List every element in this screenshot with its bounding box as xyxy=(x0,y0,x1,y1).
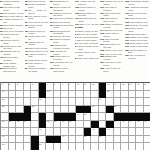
grid-cell[interactable] xyxy=(91,91,99,99)
clue-item: 53 Soft drink choice xyxy=(25,0,49,3)
grid-cell[interactable]: 36 xyxy=(54,121,62,129)
grid-cell[interactable] xyxy=(99,113,107,121)
cell-number: 6 xyxy=(47,83,48,85)
grid-cell[interactable] xyxy=(76,128,84,136)
grid-cell[interactable] xyxy=(136,91,144,99)
grid-cell[interactable] xyxy=(129,106,137,114)
cell-number: 2 xyxy=(9,83,10,85)
grid-cell[interactable] xyxy=(114,91,122,99)
clue-number: 122 xyxy=(100,67,104,70)
grid-cell[interactable] xyxy=(76,91,84,99)
grid-cell[interactable] xyxy=(24,128,32,136)
clue-number: 109 xyxy=(125,6,129,9)
clue-item: 85 Ocean motion at the shore xyxy=(50,6,74,11)
grid-cell[interactable]: 49 xyxy=(61,136,69,144)
cell-number: 23 xyxy=(39,98,41,100)
clue-item: 117 Roof edge over the wall xyxy=(100,43,124,48)
grid-cell[interactable]: 53 xyxy=(39,143,47,150)
grid-cell[interactable] xyxy=(76,136,84,144)
cell-number: 10 xyxy=(77,83,79,85)
clue-number: 112 xyxy=(100,17,104,20)
grid-cell[interactable]: 15 xyxy=(121,83,129,91)
grid-cell[interactable]: 45 xyxy=(39,128,47,136)
grid-cell[interactable] xyxy=(16,98,24,106)
clue-item: 95 Bread spread at breakfast xyxy=(50,29,74,34)
clue-item: 75 Historic period of time xyxy=(25,53,49,58)
grid-cell[interactable] xyxy=(136,98,144,106)
clue-number: 28 xyxy=(0,6,3,9)
grid-cell[interactable] xyxy=(54,106,62,114)
grid-cell[interactable] xyxy=(54,143,62,150)
clue-number: 108 xyxy=(125,0,129,3)
grid-cell[interactable]: 23 xyxy=(39,98,47,106)
clue-number: 48 xyxy=(0,56,3,59)
clue-number: 75 xyxy=(25,53,28,56)
clue-number: 65 xyxy=(25,29,28,32)
cell-number: 4 xyxy=(24,83,25,85)
clue-item: 103 Hold title to, legally xyxy=(50,50,74,55)
grid-cell[interactable] xyxy=(9,106,17,114)
grid-cell[interactable]: 20 xyxy=(46,91,54,99)
grid-cell[interactable] xyxy=(84,91,92,99)
clue-number: 93 xyxy=(50,24,53,27)
grid-cell[interactable] xyxy=(46,106,54,114)
grid-cell[interactable] xyxy=(121,98,129,106)
grid-cell[interactable] xyxy=(114,136,122,144)
grid-cell[interactable] xyxy=(106,143,114,150)
grid-cell[interactable]: 40 xyxy=(121,121,129,129)
grid-cell[interactable] xyxy=(54,91,62,99)
clue-item: 45 Chess piece near the rook xyxy=(0,44,24,49)
clue-column-5: 109 Clumsy one, so to speak110 Mild oath… xyxy=(100,0,125,82)
grid-cell[interactable] xyxy=(24,91,32,99)
cell-number: 27 xyxy=(92,105,94,107)
clue-number: 117 xyxy=(100,43,104,46)
grid-cell[interactable] xyxy=(39,136,47,144)
clue-item: 27 Pueblo building material xyxy=(0,0,24,5)
clue-number: 118 xyxy=(125,42,129,45)
grid-cell[interactable]: 3 xyxy=(16,83,24,91)
clue-item: 112 Map within a larger map xyxy=(100,17,124,22)
clue-number: 4 xyxy=(75,39,76,42)
grid-cell[interactable] xyxy=(106,113,114,121)
clue-item: 108 Volkswagen model of old xyxy=(125,0,149,5)
grid-cell[interactable] xyxy=(129,91,137,99)
clue-item: 39 Mine yield, perhaps xyxy=(0,30,24,33)
clue-item: 109 Clumsy one, so to speak xyxy=(100,0,124,5)
cell-number: 28 xyxy=(114,105,116,107)
grid-cell[interactable] xyxy=(69,91,77,99)
grid-cell[interactable]: 31 xyxy=(1,121,9,129)
clue-list: 111 Auction unit, as offered113 Frozen w… xyxy=(75,0,99,59)
grid-cell[interactable]: 42 xyxy=(136,121,144,129)
clue-number: 120 xyxy=(125,48,129,51)
clue-number: 113 xyxy=(125,24,129,27)
black-cell xyxy=(39,83,47,91)
clue-number: 118 xyxy=(100,49,104,52)
grid-cell[interactable] xyxy=(16,128,24,136)
grid-cell[interactable] xyxy=(24,143,32,150)
cell-number: 47 xyxy=(107,128,109,130)
grid-cell[interactable] xyxy=(121,106,129,114)
grid-cell[interactable] xyxy=(61,98,69,106)
clue-item: 61 Corn unit at a picnic xyxy=(25,20,49,23)
cell-number: 12 xyxy=(92,83,94,85)
grid-cell[interactable] xyxy=(91,113,99,121)
cell-number: 33 xyxy=(17,120,19,122)
clue-number: 1 xyxy=(75,29,76,32)
cell-number: 50 xyxy=(84,135,86,137)
clue-number: 87 xyxy=(50,11,53,14)
clue-number: 111 xyxy=(100,11,104,14)
grid-cell[interactable]: 9 xyxy=(69,83,77,91)
clue-number: 7 xyxy=(75,51,76,54)
grid-cell[interactable] xyxy=(121,136,129,144)
grid-cell[interactable]: 5 xyxy=(31,83,39,91)
grid-cell[interactable]: 32 xyxy=(9,121,17,129)
clue-item: 121 Male deer in the wood xyxy=(100,61,124,66)
grid-cell[interactable]: 12 xyxy=(91,83,99,91)
cell-number: 19 xyxy=(2,90,4,92)
grid-cell[interactable] xyxy=(144,128,151,136)
cell-number: 36 xyxy=(54,120,56,122)
clue-number: 39 xyxy=(0,30,3,33)
grid-cell[interactable]: 25 xyxy=(1,106,9,114)
clue-item: 3 River mouth deposit xyxy=(75,36,99,39)
grid-cell[interactable] xyxy=(99,106,107,114)
cell-number: 43 xyxy=(144,120,146,122)
grid-cell[interactable]: 27 xyxy=(91,106,99,114)
grid-cell[interactable] xyxy=(31,113,39,121)
clue-item: 99 Neither's partner word xyxy=(50,38,74,43)
grid-cell[interactable] xyxy=(121,91,129,99)
grid-cell[interactable]: 14 xyxy=(114,83,122,91)
grid-cell[interactable] xyxy=(76,121,84,129)
clue-item: 63 Hockey great Bobby xyxy=(25,24,49,29)
grid-cell[interactable]: 41 xyxy=(129,121,137,129)
clue-number: 73 xyxy=(25,50,28,53)
grid-cell[interactable] xyxy=(144,91,151,99)
grid-cell[interactable] xyxy=(9,98,17,106)
clue-number: 112 xyxy=(125,20,129,23)
grid-cell[interactable] xyxy=(136,106,144,114)
grid-cell[interactable] xyxy=(76,143,84,150)
grid-cell[interactable]: 48 xyxy=(1,136,9,144)
clue-item: 120 Gaelic tongue of Eire xyxy=(125,48,149,53)
cell-number: 16 xyxy=(129,83,131,85)
grid-cell[interactable] xyxy=(144,98,151,106)
grid-cell[interactable] xyxy=(136,136,144,144)
grid-cell[interactable] xyxy=(76,98,84,106)
grid-cell[interactable] xyxy=(61,143,69,150)
grid-cell[interactable] xyxy=(91,136,99,144)
cell-number: 13 xyxy=(107,83,109,85)
grid-cell[interactable] xyxy=(61,106,69,114)
clue-number: 67 xyxy=(25,35,28,38)
grid-cell[interactable]: 29 xyxy=(76,113,84,121)
clue-number: 50 xyxy=(0,62,3,65)
clue-item: 43 Summer cooler drink xyxy=(0,39,24,44)
clue-number: 46 xyxy=(0,50,3,53)
grid-cell[interactable]: 18 xyxy=(144,83,151,91)
grid-cell[interactable] xyxy=(16,136,24,144)
clue-number: 41 xyxy=(0,33,3,36)
grid-cell[interactable] xyxy=(69,143,77,150)
cell-number: 52 xyxy=(2,143,4,145)
black-cell xyxy=(46,136,54,144)
clue-item: 115 Tennis stroke to the side xyxy=(75,11,99,16)
grid-cell[interactable]: 33 xyxy=(16,121,24,129)
clue-item: 46 Spanish gold, to Pizarro xyxy=(0,50,24,55)
grid-cell[interactable] xyxy=(9,128,17,136)
clue-number: 101 xyxy=(50,44,54,47)
grid-cell[interactable] xyxy=(31,128,39,136)
clue-item: 7 Wheel track in the mud xyxy=(75,51,99,56)
cell-number: 53 xyxy=(39,143,41,145)
clue-list: 108 Volkswagen model of old109 Additiona… xyxy=(125,0,149,59)
clue-item: 79 Lofty poem of praise xyxy=(25,62,49,67)
clue-number: 53 xyxy=(25,0,28,3)
cell-number: 39 xyxy=(114,120,116,122)
clue-list: 53 Soft drink choice55 Corner sandwich s… xyxy=(25,0,49,73)
clue-number: 115 xyxy=(75,11,79,14)
grid-cell[interactable] xyxy=(144,143,151,150)
clue-column-3: 83 Knight's title of honor85 Ocean motio… xyxy=(50,0,75,82)
clue-number: 109 xyxy=(50,67,54,70)
black-cell xyxy=(54,136,62,144)
cell-number: 25 xyxy=(2,105,4,107)
grid-cell[interactable] xyxy=(54,128,62,136)
grid-cell[interactable] xyxy=(84,143,92,150)
grid-cell[interactable] xyxy=(54,98,62,106)
grid-cell[interactable] xyxy=(69,136,77,144)
cell-number: 15 xyxy=(122,83,124,85)
grid-cell[interactable] xyxy=(69,106,77,114)
clue-number: 71 xyxy=(25,46,28,49)
clue-item: 117 Evening meal at home xyxy=(75,17,99,22)
clue-number: 61 xyxy=(25,20,28,23)
grid-cell[interactable] xyxy=(61,91,69,99)
clue-item: 109 Additional amount, more xyxy=(125,6,149,11)
clue-number: 116 xyxy=(100,38,104,41)
black-cell xyxy=(31,136,39,144)
grid-cell[interactable]: 43 xyxy=(144,121,151,129)
clue-number: 111 xyxy=(75,0,79,3)
crossword-grid: 1234567891011121314151617181920212223242… xyxy=(0,82,150,150)
grid-cell[interactable] xyxy=(129,128,137,136)
grid-cell[interactable] xyxy=(24,98,32,106)
cell-number: 21 xyxy=(107,90,109,92)
grid-cell[interactable]: 24 xyxy=(99,98,107,106)
clue-number: 117 xyxy=(75,17,79,20)
clue-number: 55 xyxy=(25,3,28,6)
grid-cell[interactable]: 8 xyxy=(61,83,69,91)
clue-item: 59 Fire residue in the grate xyxy=(25,15,49,20)
grid-cell[interactable]: 10 xyxy=(76,83,84,91)
grid-cell[interactable]: 35 xyxy=(46,121,54,129)
clue-number: 57 xyxy=(25,9,28,12)
clue-item: 111 Wise bird of the night xyxy=(100,11,124,16)
clue-item: 109 Prayer ender, often sung xyxy=(50,67,74,72)
grid-cell[interactable]: 17 xyxy=(136,83,144,91)
grid-cell[interactable] xyxy=(16,91,24,99)
grid-cell[interactable] xyxy=(9,136,17,144)
grid-cell[interactable] xyxy=(129,136,137,144)
clue-number: 109 xyxy=(100,0,104,3)
clue-item: 121 Tiny colonist at picnics xyxy=(125,54,149,59)
clue-number: 38 xyxy=(0,27,3,30)
cell-number: 22 xyxy=(2,98,4,100)
grid-cell[interactable] xyxy=(121,143,129,150)
grid-cell[interactable]: 34 xyxy=(24,121,32,129)
clue-item: 101 Swiss peak climbed in song xyxy=(50,44,74,49)
clue-item: 8 Grow older gracefully xyxy=(75,57,99,60)
grid-cell[interactable] xyxy=(136,128,144,136)
grid-cell[interactable]: 46 xyxy=(91,128,99,136)
cell-number: 49 xyxy=(62,135,64,137)
clue-item: 115 Flower part in spring xyxy=(100,32,124,37)
cell-number: 17 xyxy=(137,83,139,85)
grid-cell[interactable]: 16 xyxy=(129,83,137,91)
grid-cell[interactable] xyxy=(16,143,24,150)
clue-item: 67 Winter flake on a sill xyxy=(25,35,49,40)
clue-column-6: 108 Volkswagen model of old109 Additiona… xyxy=(125,0,150,82)
cell-number: 26 xyxy=(32,105,34,107)
clue-item: 87 Stadium cheer for the team xyxy=(50,11,74,16)
grid-cell[interactable]: 50 xyxy=(84,136,92,144)
grid-cell[interactable] xyxy=(46,98,54,106)
cell-number: 3 xyxy=(17,83,18,85)
clue-item: 113 Singer Fitzgerald of scat xyxy=(100,23,124,28)
grid-cell[interactable]: 4 xyxy=(24,83,32,91)
grid-cell[interactable] xyxy=(114,143,122,150)
cell-number: 32 xyxy=(9,120,11,122)
grid-cell[interactable] xyxy=(31,91,39,99)
grid-cell[interactable] xyxy=(121,128,129,136)
cell-number: 38 xyxy=(69,120,71,122)
grid-cell[interactable] xyxy=(99,121,107,129)
grid-cell[interactable] xyxy=(106,98,114,106)
grid-cell[interactable]: 30 xyxy=(84,113,92,121)
grid-cell[interactable] xyxy=(114,128,122,136)
grid-cell[interactable] xyxy=(16,106,24,114)
grid-cell[interactable] xyxy=(9,91,17,99)
clue-number: 113 xyxy=(75,6,79,9)
grid-cell[interactable] xyxy=(144,136,151,144)
grid-cell[interactable]: 2 xyxy=(9,83,17,91)
cell-number: 41 xyxy=(129,120,131,122)
clue-number: 52 xyxy=(0,67,3,70)
clue-item: 28 Sea eagle of the north xyxy=(0,6,24,11)
cell-number: 5 xyxy=(32,83,33,85)
grid-cell[interactable]: 38 xyxy=(69,121,77,129)
grid-cell[interactable] xyxy=(69,98,77,106)
clue-number: 85 xyxy=(50,6,53,9)
grid-cell[interactable] xyxy=(99,143,107,150)
grid-cell[interactable]: 19 xyxy=(1,91,9,99)
clue-number: 27 xyxy=(0,0,3,3)
clue-number: 63 xyxy=(25,24,28,27)
clue-number: 97 xyxy=(50,35,53,38)
clue-item: 116 Smell of fresh bread xyxy=(100,38,124,43)
black-cell xyxy=(39,91,47,99)
clue-number: 34 xyxy=(0,18,3,21)
grid-cell[interactable]: 51 xyxy=(99,136,107,144)
grid-cell[interactable] xyxy=(106,136,114,144)
cell-number: 45 xyxy=(39,128,41,130)
cell-number: 35 xyxy=(47,120,49,122)
black-cell xyxy=(106,121,114,129)
grid-cell[interactable] xyxy=(9,143,17,150)
clue-item: 113 Frozen water in cubes xyxy=(75,6,99,11)
clue-number: 114 xyxy=(125,27,129,30)
clue-number: 83 xyxy=(50,0,53,3)
clue-number: 79 xyxy=(25,62,28,65)
grid-cell[interactable]: 37 xyxy=(61,121,69,129)
clue-number: 43 xyxy=(0,39,3,42)
grid-cell[interactable]: 39 xyxy=(114,121,122,129)
grid-cell[interactable] xyxy=(129,143,137,150)
clue-number: 5 xyxy=(75,42,76,45)
black-cell xyxy=(106,106,114,114)
clue-item: 119 Capri, e.g., off Italy xyxy=(75,23,99,26)
black-cell xyxy=(39,113,47,121)
clue-item: 105 Legal claim on property xyxy=(50,55,74,60)
cell-number: 30 xyxy=(84,113,86,115)
grid-cell[interactable] xyxy=(84,121,92,129)
grid-cell[interactable]: 52 xyxy=(1,143,9,150)
clue-number: 119 xyxy=(75,23,79,26)
cell-number: 18 xyxy=(144,83,146,85)
clue-item: 110 Mild oath of surprise xyxy=(100,6,124,11)
grid-cell[interactable]: 11 xyxy=(84,83,92,91)
cell-number: 44 xyxy=(2,128,4,130)
grid-cell[interactable] xyxy=(31,121,39,129)
black-cell xyxy=(99,83,107,91)
grid-cell[interactable]: 28 xyxy=(114,106,122,114)
black-cell xyxy=(91,121,99,129)
grid-cell[interactable] xyxy=(84,98,92,106)
grid-cell[interactable] xyxy=(24,136,32,144)
grid-cell[interactable] xyxy=(91,143,99,150)
grid-cell[interactable] xyxy=(46,143,54,150)
clue-item: 93 Flightless bird down under xyxy=(50,24,74,29)
grid-cell[interactable] xyxy=(136,143,144,150)
clue-column-2: 53 Soft drink choice55 Corner sandwich s… xyxy=(25,0,50,82)
clue-number: 91 xyxy=(50,20,53,23)
grid-cell[interactable] xyxy=(69,128,77,136)
cell-number: 24 xyxy=(99,98,101,100)
grid-cell[interactable] xyxy=(39,106,47,114)
clue-number: 119 xyxy=(125,45,129,48)
clue-number: 81 xyxy=(25,67,28,70)
grid-cell[interactable] xyxy=(129,98,137,106)
grid-cell[interactable]: 47 xyxy=(106,128,114,136)
clue-number: 30 xyxy=(0,11,3,14)
black-cell xyxy=(76,106,84,114)
crossword-page: 27 Pueblo building material28 Sea eagle … xyxy=(0,0,150,150)
clue-number: 110 xyxy=(100,6,104,9)
grid-cell[interactable] xyxy=(46,128,54,136)
grid-cell[interactable]: 7 xyxy=(54,83,62,91)
clue-item: 114 Decay slowly away xyxy=(125,27,149,32)
clue-number: 121 xyxy=(100,61,104,64)
clue-item: 52 Bandleader's opening cue xyxy=(0,67,24,72)
grid-cell[interactable]: 21 xyxy=(106,91,114,99)
grid-cell[interactable] xyxy=(144,106,151,114)
grid-cell[interactable]: 26 xyxy=(31,106,39,114)
clue-number: 114 xyxy=(100,29,104,32)
